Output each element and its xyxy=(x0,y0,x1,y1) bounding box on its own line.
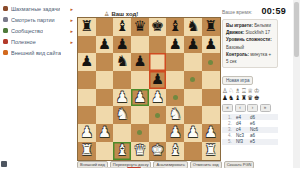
square-h6[interactable] xyxy=(202,53,220,71)
square-c5[interactable] xyxy=(113,71,131,89)
sidebar-item[interactable]: Внешний вид сайта xyxy=(2,47,74,58)
square-f2[interactable]: ♟ xyxy=(166,124,184,142)
legal-move-dot-g5 xyxy=(190,77,195,82)
white-king-e1: ♚ xyxy=(149,142,167,160)
square-g3[interactable] xyxy=(184,106,202,124)
square-f7[interactable]: ♟ xyxy=(166,36,184,54)
square-a4[interactable] xyxy=(78,89,96,107)
square-c6[interactable]: ♞ xyxy=(113,53,131,71)
watch-games-icon xyxy=(3,17,8,22)
black-pawn-f7: ♟ xyxy=(166,36,184,54)
square-g5[interactable] xyxy=(184,71,202,89)
square-h1[interactable]: ♜ xyxy=(202,142,220,160)
clipped-button[interactable] xyxy=(105,167,125,169)
square-e5[interactable]: ♟ xyxy=(149,71,167,89)
puzzle-icon xyxy=(3,6,8,11)
move-number: 1. xyxy=(228,115,236,120)
move-nav-button[interactable]: » xyxy=(260,104,271,112)
square-a1[interactable]: ♜ xyxy=(78,142,96,160)
board-toolbar-row2 xyxy=(77,167,165,169)
chevron-right-icon: ▸ xyxy=(70,6,74,12)
square-g2[interactable]: ♟ xyxy=(184,124,202,142)
square-e6[interactable] xyxy=(149,53,167,71)
square-c3[interactable]: ♞ xyxy=(113,106,131,124)
square-h7[interactable]: ♟ xyxy=(202,36,220,54)
square-e7[interactable] xyxy=(149,36,167,54)
white-bishop-f1: ♝ xyxy=(166,142,184,160)
game-info-box: Вы играете: БелымиДвижок: Stockfish 17Ур… xyxy=(222,19,278,68)
square-c7[interactable]: ♟ xyxy=(113,36,131,54)
black-pawn-g7: ♟ xyxy=(184,36,202,54)
white-move[interactable]: e4 xyxy=(236,115,250,120)
square-b4[interactable] xyxy=(96,89,114,107)
sidebar-item[interactable]: Полезное▸ xyxy=(2,36,74,47)
black-pawn-e5: ♟ xyxy=(149,71,167,89)
clock-time: 00:59 xyxy=(261,6,286,16)
move-nav-button[interactable]: ‹ xyxy=(235,104,246,112)
white-pawn-h2: ♟ xyxy=(202,124,220,142)
square-f3[interactable]: ♞ xyxy=(166,106,184,124)
square-a3[interactable] xyxy=(78,106,96,124)
square-f4[interactable] xyxy=(166,89,184,107)
square-d5[interactable] xyxy=(131,71,149,89)
white-pawn-d4: ♟ xyxy=(131,89,149,107)
useful-icon xyxy=(3,39,8,44)
sidebar-item[interactable]: Сообщество▸ xyxy=(2,25,74,36)
square-b2[interactable]: ♟ xyxy=(96,124,114,142)
move-number: 4. xyxy=(228,133,236,138)
square-b8[interactable] xyxy=(96,18,114,36)
square-d2[interactable] xyxy=(131,124,149,142)
chevron-right-icon: ▸ xyxy=(70,28,74,34)
square-c1[interactable]: ♝ xyxy=(113,142,131,160)
black-pawn-a6: ♟ xyxy=(78,53,96,71)
community-icon xyxy=(3,28,8,33)
square-c8[interactable]: ♝ xyxy=(113,18,131,36)
square-g6[interactable] xyxy=(184,53,202,71)
square-e2[interactable] xyxy=(149,124,167,142)
black-knight-c6: ♞ xyxy=(113,53,131,71)
square-e8[interactable]: ♚ xyxy=(149,18,167,36)
white-rook-a1: ♜ xyxy=(78,142,96,160)
black-pawn-b7: ♟ xyxy=(96,36,114,54)
black-pawn-c7: ♟ xyxy=(113,36,131,54)
sidebar-item-label: Сообщество xyxy=(11,28,43,34)
piece-tray-black: ♟♞♝♜♛♚ xyxy=(222,95,286,102)
square-a7[interactable] xyxy=(78,36,96,54)
game-info-line: Контроль: минутка + 5 сек xyxy=(226,51,274,65)
black-rook-h8: ♜ xyxy=(202,18,220,36)
square-h5[interactable] xyxy=(202,71,220,89)
move-nav-buttons: «‹›» xyxy=(222,104,286,112)
white-knight-c3: ♞ xyxy=(113,106,131,124)
new-game-button[interactable]: Новая игра xyxy=(222,76,253,85)
sidebar-item-label: Шахматные задачи xyxy=(11,6,60,12)
black-move[interactable]: d6 xyxy=(250,115,264,120)
black-move[interactable]: a6 xyxy=(250,133,264,138)
game-info-line: Движок: Stockfish 17 xyxy=(226,29,274,36)
move-row: 5.Nf3e5 xyxy=(222,139,278,145)
square-d3[interactable] xyxy=(131,106,149,124)
black-bishop-c8: ♝ xyxy=(113,18,131,36)
square-f1[interactable]: ♝ xyxy=(166,142,184,160)
black-queen-d8: ♛ xyxy=(131,18,149,36)
chevron-right-icon: ▸ xyxy=(70,39,74,45)
square-d1[interactable]: ♛ xyxy=(131,142,149,160)
square-c2[interactable] xyxy=(113,124,131,142)
white-pawn-a2: ♟ xyxy=(78,124,96,142)
scrollbar-thumb[interactable] xyxy=(294,2,299,57)
square-d7[interactable] xyxy=(131,36,149,54)
square-d4[interactable]: ♟ xyxy=(131,89,149,107)
sidebar-item-label: Полезное xyxy=(11,39,36,45)
legal-move-dot-h6 xyxy=(208,60,213,65)
white-bishop-c1: ♝ xyxy=(113,142,131,160)
clipped-button[interactable] xyxy=(143,167,165,169)
white-pawn-f2: ♟ xyxy=(166,124,184,142)
black-knight-g8: ♞ xyxy=(184,18,202,36)
move-number: 5. xyxy=(228,139,236,144)
black-pawn-d6: ♟ xyxy=(131,53,149,71)
square-f6[interactable] xyxy=(166,53,184,71)
square-h3[interactable] xyxy=(202,106,220,124)
square-h8[interactable]: ♜ xyxy=(202,18,220,36)
clock-label: Ваше время: xyxy=(222,9,252,15)
white-rook-h1: ♜ xyxy=(202,142,220,160)
square-d8[interactable]: ♛ xyxy=(131,18,149,36)
appearance-icon xyxy=(3,50,8,55)
black-pawn-h7: ♟ xyxy=(202,36,220,54)
legal-move-dot-f4 xyxy=(173,95,178,100)
black-move[interactable]: e6 xyxy=(250,121,264,126)
square-g8[interactable]: ♞ xyxy=(184,18,202,36)
sidebar-item-label: Смотреть партии xyxy=(11,17,55,23)
move-indicator-text: Ваш ход! xyxy=(111,11,138,17)
page-scrollbar[interactable] xyxy=(293,0,300,168)
white-queen-d1: ♛ xyxy=(131,142,149,160)
game-info-line: Уровень сложности: Базовый xyxy=(226,36,274,50)
square-a6[interactable]: ♟ xyxy=(78,53,96,71)
square-e3[interactable] xyxy=(149,106,167,124)
move-nav-button[interactable]: › xyxy=(247,104,258,112)
square-g4[interactable] xyxy=(184,89,202,107)
move-indicator: ♙ Ваш ход! xyxy=(104,10,138,17)
square-e4[interactable]: ♟ xyxy=(149,89,167,107)
square-h2[interactable]: ♟ xyxy=(202,124,220,142)
white-move[interactable]: c4 xyxy=(236,127,250,132)
white-pawn-c4: ♟ xyxy=(113,89,131,107)
white-move[interactable]: Nc3 xyxy=(236,133,250,138)
white-pawn-g2: ♟ xyxy=(184,124,202,142)
white-move[interactable]: Nf3 xyxy=(236,139,250,144)
white-pawn-icon: ♙ xyxy=(104,10,109,17)
clipped-button[interactable] xyxy=(77,167,103,169)
sidebar: Шахматные задачи▸Смотреть партии▸Сообщес… xyxy=(2,3,74,58)
square-b3[interactable] xyxy=(96,106,114,124)
move-list: 1.e4d62.d4e63.c4Nc64.Nc3a65.Nf3e5 xyxy=(222,114,278,145)
game-info-line: Вы играете: Белыми xyxy=(226,22,274,29)
black-rook-a8: ♜ xyxy=(78,18,96,36)
square-b5[interactable] xyxy=(96,71,114,89)
square-g1[interactable] xyxy=(184,142,202,160)
square-d6[interactable]: ♟ xyxy=(131,53,149,71)
white-knight-f3: ♞ xyxy=(166,106,184,124)
square-b6[interactable] xyxy=(96,53,114,71)
black-king-e8: ♚ xyxy=(149,18,167,36)
square-h4[interactable] xyxy=(202,89,220,107)
move-number: 2. xyxy=(228,121,236,126)
toolbar-button[interactable]: Скачать PGN xyxy=(224,161,255,168)
legal-move-dot-d2 xyxy=(137,130,142,135)
game-panel: Ваше время: 00:59 Вы играете: БелымиДвиж… xyxy=(222,6,286,145)
sidebar-item[interactable]: Шахматные задачи▸ xyxy=(2,3,74,14)
white-pawn-b2: ♟ xyxy=(96,124,114,142)
sidebar-item-label: Внешний вид сайта xyxy=(11,50,61,56)
black-bishop-f8: ♝ xyxy=(166,18,184,36)
square-a2[interactable]: ♟ xyxy=(78,124,96,142)
square-f5[interactable] xyxy=(166,71,184,89)
legal-move-dot-e3 xyxy=(155,113,160,118)
white-pawn-e4: ♟ xyxy=(149,89,167,107)
square-a5[interactable] xyxy=(78,71,96,89)
square-f8[interactable]: ♝ xyxy=(166,18,184,36)
white-move[interactable]: d4 xyxy=(236,121,250,126)
chess-board[interactable]: ♜♝♛♚♝♞♜♟♟♟♟♟♟♞♟♟♟♟♟♞♞♟♟♟♟♟♜♝♛♚♝♜ xyxy=(77,17,221,161)
sidebar-item[interactable]: Смотреть партии▸ xyxy=(2,14,74,25)
square-e1[interactable]: ♚ xyxy=(149,142,167,160)
square-g7[interactable]: ♟ xyxy=(184,36,202,54)
corner-icon xyxy=(1,161,7,167)
black-move[interactable]: e5 xyxy=(250,139,264,144)
black-move[interactable]: Nc6 xyxy=(250,127,264,132)
square-c4[interactable]: ♟ xyxy=(113,89,131,107)
move-number: 3. xyxy=(228,127,236,132)
clipped-red-button[interactable] xyxy=(127,167,141,169)
clock: Ваше время: 00:59 xyxy=(222,6,286,16)
move-nav-button[interactable]: « xyxy=(222,104,233,112)
square-a8[interactable]: ♜ xyxy=(78,18,96,36)
square-b7[interactable]: ♟ xyxy=(96,36,114,54)
toolbar-button[interactable]: Отменить ход xyxy=(190,161,222,168)
chevron-right-icon: ▸ xyxy=(70,17,74,23)
square-b1[interactable] xyxy=(96,142,114,160)
